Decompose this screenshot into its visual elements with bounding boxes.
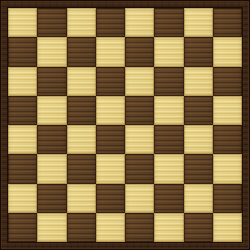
piece-slot (125, 125, 154, 154)
square-f1[interactable] (154, 213, 183, 242)
square-e3[interactable] (125, 154, 154, 183)
piece-slot (8, 96, 37, 125)
piece-slot (154, 37, 183, 66)
piece-slot (125, 96, 154, 125)
square-a1[interactable] (8, 213, 37, 242)
square-g8[interactable] (184, 8, 213, 37)
piece-slot (8, 154, 37, 183)
piece-slot (67, 67, 96, 96)
square-a3[interactable] (8, 154, 37, 183)
piece-slot (96, 8, 125, 37)
square-g3[interactable] (184, 154, 213, 183)
piece-slot (96, 37, 125, 66)
piece-slot (8, 8, 37, 37)
square-g6[interactable] (184, 67, 213, 96)
square-f5[interactable] (154, 96, 183, 125)
piece-slot (67, 8, 96, 37)
piece-slot (125, 213, 154, 242)
piece-slot (213, 8, 242, 37)
square-b4[interactable] (37, 125, 66, 154)
square-c1[interactable] (67, 213, 96, 242)
piece-slot (154, 154, 183, 183)
piece-slot (154, 67, 183, 96)
piece-slot (125, 8, 154, 37)
piece-slot (125, 184, 154, 213)
square-f4[interactable] (154, 125, 183, 154)
square-d1[interactable] (96, 213, 125, 242)
piece-slot (213, 67, 242, 96)
square-f2[interactable] (154, 184, 183, 213)
square-d8[interactable] (96, 8, 125, 37)
square-a2[interactable] (8, 184, 37, 213)
square-a8[interactable] (8, 8, 37, 37)
piece-slot (96, 125, 125, 154)
piece-slot (37, 184, 66, 213)
piece-slot (8, 37, 37, 66)
square-c4[interactable] (67, 125, 96, 154)
piece-slot (96, 184, 125, 213)
square-c3[interactable] (67, 154, 96, 183)
piece-slot (37, 125, 66, 154)
square-h8[interactable] (213, 8, 242, 37)
square-f3[interactable] (154, 154, 183, 183)
piece-slot (67, 125, 96, 154)
piece-slot (184, 125, 213, 154)
square-h3[interactable] (213, 154, 242, 183)
piece-slot (213, 125, 242, 154)
square-h2[interactable] (213, 184, 242, 213)
square-b3[interactable] (37, 154, 66, 183)
piece-slot (37, 67, 66, 96)
piece-slot (213, 37, 242, 66)
piece-slot (184, 213, 213, 242)
square-d2[interactable] (96, 184, 125, 213)
piece-slot (67, 37, 96, 66)
square-g2[interactable] (184, 184, 213, 213)
square-c2[interactable] (67, 184, 96, 213)
board (8, 8, 242, 242)
piece-slot (8, 213, 37, 242)
piece-slot (125, 67, 154, 96)
piece-slot (184, 96, 213, 125)
square-d7[interactable] (96, 37, 125, 66)
piece-slot (154, 213, 183, 242)
square-e2[interactable] (125, 184, 154, 213)
piece-slot (213, 154, 242, 183)
piece-slot (67, 184, 96, 213)
piece-slot (213, 213, 242, 242)
square-c8[interactable] (67, 8, 96, 37)
square-d4[interactable] (96, 125, 125, 154)
piece-slot (184, 154, 213, 183)
square-g5[interactable] (184, 96, 213, 125)
square-h1[interactable] (213, 213, 242, 242)
square-e5[interactable] (125, 96, 154, 125)
square-e7[interactable] (125, 37, 154, 66)
square-h5[interactable] (213, 96, 242, 125)
square-a6[interactable] (8, 67, 37, 96)
square-a7[interactable] (8, 37, 37, 66)
square-e1[interactable] (125, 213, 154, 242)
square-g4[interactable] (184, 125, 213, 154)
square-b2[interactable] (37, 184, 66, 213)
piece-slot (67, 96, 96, 125)
square-a4[interactable] (8, 125, 37, 154)
wooden-frame (0, 0, 250, 250)
square-b8[interactable] (37, 8, 66, 37)
piece-slot (67, 213, 96, 242)
square-g7[interactable] (184, 37, 213, 66)
piece-slot (96, 154, 125, 183)
piece-slot (154, 125, 183, 154)
piece-slot (67, 154, 96, 183)
square-b6[interactable] (37, 67, 66, 96)
piece-slot (96, 213, 125, 242)
piece-slot (8, 184, 37, 213)
square-d3[interactable] (96, 154, 125, 183)
piece-slot (213, 96, 242, 125)
square-g1[interactable] (184, 213, 213, 242)
square-f7[interactable] (154, 37, 183, 66)
piece-slot (184, 8, 213, 37)
square-e6[interactable] (125, 67, 154, 96)
square-a5[interactable] (8, 96, 37, 125)
piece-slot (37, 8, 66, 37)
square-d6[interactable] (96, 67, 125, 96)
square-c5[interactable] (67, 96, 96, 125)
square-b5[interactable] (37, 96, 66, 125)
piece-slot (96, 67, 125, 96)
square-b7[interactable] (37, 37, 66, 66)
piece-slot (8, 125, 37, 154)
square-h4[interactable] (213, 125, 242, 154)
piece-slot (8, 67, 37, 96)
square-c7[interactable] (67, 37, 96, 66)
square-h6[interactable] (213, 67, 242, 96)
square-e4[interactable] (125, 125, 154, 154)
piece-slot (184, 67, 213, 96)
square-h7[interactable] (213, 37, 242, 66)
square-f8[interactable] (154, 8, 183, 37)
piece-slot (213, 184, 242, 213)
square-c6[interactable] (67, 67, 96, 96)
square-f6[interactable] (154, 67, 183, 96)
piece-slot (37, 96, 66, 125)
square-d5[interactable] (96, 96, 125, 125)
piece-slot (125, 154, 154, 183)
piece-slot (37, 213, 66, 242)
square-e8[interactable] (125, 8, 154, 37)
piece-slot (184, 184, 213, 213)
piece-slot (37, 37, 66, 66)
piece-slot (154, 184, 183, 213)
piece-slot (154, 96, 183, 125)
piece-slot (154, 8, 183, 37)
piece-slot (184, 37, 213, 66)
square-b1[interactable] (37, 213, 66, 242)
piece-slot (96, 96, 125, 125)
piece-slot (37, 154, 66, 183)
piece-slot (125, 37, 154, 66)
